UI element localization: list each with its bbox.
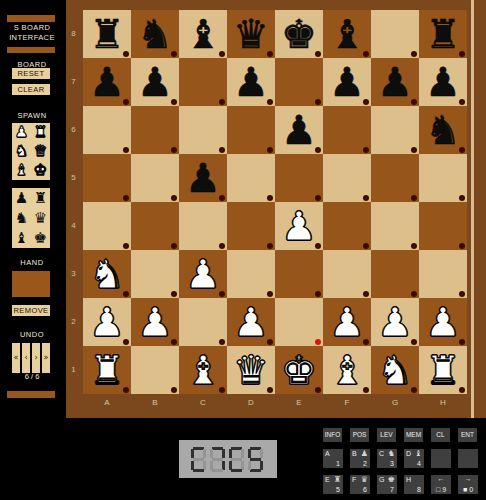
sensor-dot-h3 bbox=[459, 291, 465, 297]
square-c6[interactable] bbox=[179, 106, 227, 154]
board-frame: 87654321 ♜♞♝♛♚♝♜♟♟♟♟♟♟♟♞♟♟♞♟♟♟♟♟♟♟♜♝♛♚♝♞… bbox=[66, 0, 486, 418]
rank-label-1: 1 bbox=[66, 346, 81, 394]
spawn-black-bishop[interactable]: ♝ bbox=[12, 228, 31, 248]
keypad: INFOPOSLEVMEMCLENT A1B♟2C♞3D♝4 E♜5F♛6G♚7… bbox=[323, 428, 483, 496]
keypad-row-2: A1B♟2C♞3D♝4 bbox=[323, 449, 478, 468]
divider-bar-top bbox=[7, 15, 55, 22]
spawn-black-pawn[interactable]: ♟ bbox=[12, 188, 31, 208]
black-pawn-h7[interactable]: ♟ bbox=[419, 58, 467, 106]
file-label-f: F bbox=[323, 396, 371, 410]
square-e3[interactable] bbox=[275, 250, 323, 298]
black-king-e8[interactable]: ♚ bbox=[275, 10, 323, 58]
black-rook-h8[interactable]: ♜ bbox=[419, 10, 467, 58]
square-c7[interactable] bbox=[179, 58, 227, 106]
sensor-dot-b4 bbox=[171, 243, 177, 249]
black-knight-b8[interactable]: ♞ bbox=[131, 10, 179, 58]
key-letter: G bbox=[379, 476, 384, 483]
square-h1[interactable]: ♜ bbox=[419, 346, 467, 394]
rank-label-6: 6 bbox=[66, 106, 81, 154]
square-a6[interactable] bbox=[83, 106, 131, 154]
keypad-row-1: INFOPOSLEVMEMCLENT bbox=[323, 428, 477, 442]
key-digit: 8 bbox=[417, 486, 421, 493]
sensor-dot-d6 bbox=[267, 147, 273, 153]
sensor-dot-h5 bbox=[459, 195, 465, 201]
square-h4[interactable] bbox=[419, 202, 467, 250]
key-letter: H bbox=[406, 476, 411, 483]
file-label-c: C bbox=[179, 396, 227, 410]
rank-label-7: 7 bbox=[66, 58, 81, 106]
sensor-dot-g6 bbox=[411, 147, 417, 153]
square-b1[interactable] bbox=[131, 346, 179, 394]
square-b6[interactable] bbox=[131, 106, 179, 154]
file-label-g: G bbox=[371, 396, 419, 410]
undo-back-button[interactable]: ‹ bbox=[22, 343, 30, 373]
file-label-e: E bbox=[275, 396, 323, 410]
sensor-dot-b6 bbox=[171, 147, 177, 153]
sensor-dot-g8 bbox=[411, 51, 417, 57]
white-pawn-e4[interactable]: ♟ bbox=[275, 202, 323, 250]
square-d8[interactable]: ♛ bbox=[227, 10, 275, 58]
cl-button[interactable]: CL bbox=[431, 428, 450, 442]
sensor-dot-c6 bbox=[219, 147, 225, 153]
sensor-dot-g5 bbox=[411, 195, 417, 201]
right-arrow-icon: → bbox=[458, 475, 478, 483]
lcd-digit-3 bbox=[248, 447, 263, 472]
key-h8[interactable]: H8 bbox=[404, 475, 424, 494]
sensor-dot-h4 bbox=[459, 243, 465, 249]
white-pawn-b2[interactable]: ♟ bbox=[131, 298, 179, 346]
clear-button[interactable]: CLEAR bbox=[12, 84, 50, 95]
divider-bar-bottom bbox=[7, 391, 55, 398]
square-h2[interactable]: ♟ bbox=[419, 298, 467, 346]
square-d7[interactable]: ♟ bbox=[227, 58, 275, 106]
square-a2[interactable]: ♟ bbox=[83, 298, 131, 346]
black-pawn-c5[interactable]: ♟ bbox=[179, 154, 227, 202]
white-queen-d1[interactable]: ♛ bbox=[227, 346, 275, 394]
king-icon: ♚ bbox=[388, 476, 395, 484]
square-b7[interactable]: ♟ bbox=[131, 58, 179, 106]
key-b2[interactable]: B♟2 bbox=[350, 449, 370, 468]
divider-bar-title bbox=[7, 47, 55, 53]
rook-icon: ♜ bbox=[334, 476, 341, 484]
sensor-dot-g3 bbox=[411, 291, 417, 297]
rank-label-8: 8 bbox=[66, 10, 81, 58]
black-pawn-f7[interactable]: ♟ bbox=[323, 58, 371, 106]
square-h3[interactable] bbox=[419, 250, 467, 298]
mem-button[interactable]: MEM bbox=[404, 428, 423, 442]
sensor-dot-c7 bbox=[219, 99, 225, 105]
black-knight-h6[interactable]: ♞ bbox=[419, 106, 467, 154]
spawn-white-king[interactable]: ♚ bbox=[31, 161, 50, 180]
rank-labels: 87654321 bbox=[66, 10, 81, 394]
square-a1[interactable]: ♜ bbox=[83, 346, 131, 394]
white-bishop-f1[interactable]: ♝ bbox=[323, 346, 371, 394]
spawn-white-rook[interactable]: ♜ bbox=[31, 123, 50, 142]
square-g6[interactable] bbox=[371, 106, 419, 154]
sensor-dot-b3 bbox=[171, 291, 177, 297]
keypad-button-blank[interactable] bbox=[431, 449, 451, 468]
white-pawn-a2[interactable]: ♟ bbox=[83, 298, 131, 346]
square-f8[interactable]: ♝ bbox=[323, 10, 371, 58]
square-g4[interactable] bbox=[371, 202, 419, 250]
square-c8[interactable]: ♝ bbox=[179, 10, 227, 58]
sensor-dot-g4 bbox=[411, 243, 417, 249]
white-king-e1[interactable]: ♚ bbox=[275, 346, 323, 394]
black-pawn-b7[interactable]: ♟ bbox=[131, 58, 179, 106]
spawn-black-queen[interactable]: ♛ bbox=[31, 208, 50, 228]
bishop-icon: ♝ bbox=[415, 450, 422, 458]
square-e1[interactable]: ♚ bbox=[275, 346, 323, 394]
black-pawn-g7[interactable]: ♟ bbox=[371, 58, 419, 106]
square-g2[interactable]: ♟ bbox=[371, 298, 419, 346]
square-e4[interactable]: ♟ bbox=[275, 202, 323, 250]
sensor-dot-e3 bbox=[315, 291, 321, 297]
file-label-d: D bbox=[227, 396, 275, 410]
spawn-panel-black: ♟♜♞♛♝♚ bbox=[12, 188, 50, 248]
sensor-dot-a6 bbox=[123, 147, 129, 153]
sensor-dot-f6 bbox=[363, 147, 369, 153]
square-e2[interactable] bbox=[275, 298, 323, 346]
queen-icon: ♛ bbox=[361, 476, 368, 484]
file-labels: ABCDEFGH bbox=[83, 396, 467, 410]
key-c3[interactable]: C♞3 bbox=[377, 449, 397, 468]
key-digit: 1 bbox=[336, 460, 340, 467]
square-f2[interactable]: ♟ bbox=[323, 298, 371, 346]
spawn-white-pawn[interactable]: ♟ bbox=[12, 123, 31, 142]
app-title-line1: S BOARD bbox=[0, 23, 64, 33]
lcd-digit-2 bbox=[229, 447, 244, 472]
key-letter: E bbox=[325, 476, 330, 483]
sensor-dot-b1 bbox=[171, 387, 177, 393]
rank-label-4: 4 bbox=[66, 202, 81, 250]
square-g1[interactable]: ♞ bbox=[371, 346, 419, 394]
square-g3[interactable] bbox=[371, 250, 419, 298]
white-knight-a3[interactable]: ♞ bbox=[83, 250, 131, 298]
key-f6[interactable]: F♛6 bbox=[350, 475, 370, 494]
square-e6[interactable]: ♟ bbox=[275, 106, 323, 154]
square-b5[interactable] bbox=[131, 154, 179, 202]
square-f7[interactable]: ♟ bbox=[323, 58, 371, 106]
square-d2[interactable]: ♟ bbox=[227, 298, 275, 346]
white-bishop-c1[interactable]: ♝ bbox=[179, 346, 227, 394]
file-label-b: B bbox=[131, 396, 179, 410]
square-c5[interactable]: ♟ bbox=[179, 154, 227, 202]
black-bishop-f8[interactable]: ♝ bbox=[323, 10, 371, 58]
square-f5[interactable] bbox=[323, 154, 371, 202]
square-d3[interactable] bbox=[227, 250, 275, 298]
pawn-icon: ♟ bbox=[361, 450, 368, 458]
square-f3[interactable] bbox=[323, 250, 371, 298]
spawn-white-queen[interactable]: ♛ bbox=[31, 142, 50, 161]
keypad-button-blank[interactable] bbox=[458, 449, 478, 468]
hand-section-label: HAND bbox=[0, 258, 64, 267]
black-queen-d8[interactable]: ♛ bbox=[227, 10, 275, 58]
rank-label-3: 3 bbox=[66, 250, 81, 298]
rank-label-2: 2 bbox=[66, 298, 81, 346]
white-pawn-c3[interactable]: ♟ bbox=[179, 250, 227, 298]
square-c1[interactable]: ♝ bbox=[179, 346, 227, 394]
key-letter: C bbox=[379, 450, 384, 457]
white-pawn-h2[interactable]: ♟ bbox=[419, 298, 467, 346]
lcd-digits bbox=[191, 447, 263, 472]
undo-end-button[interactable]: » bbox=[42, 343, 50, 373]
sensor-dot-f5 bbox=[363, 195, 369, 201]
black-rook-a8[interactable]: ♜ bbox=[83, 10, 131, 58]
spawn-white-bishop[interactable]: ♝ bbox=[12, 161, 31, 180]
square-c3[interactable]: ♟ bbox=[179, 250, 227, 298]
reset-button[interactable]: RESET bbox=[12, 68, 50, 79]
undo-controls: «‹›» bbox=[12, 343, 52, 373]
spawn-black-king[interactable]: ♚ bbox=[31, 228, 50, 248]
lev-button[interactable]: LEV bbox=[377, 428, 396, 442]
spawn-panel-white: ♟♜♞♛♝♚ bbox=[12, 123, 50, 180]
lcd-digit-0 bbox=[191, 447, 206, 472]
square-symbol-digit: ■ 0 bbox=[458, 486, 478, 493]
square-h7[interactable]: ♟ bbox=[419, 58, 467, 106]
sensor-dot-d4 bbox=[267, 243, 273, 249]
key-digit: 2 bbox=[363, 460, 367, 467]
info-button[interactable]: INFO bbox=[323, 428, 342, 442]
square-b4[interactable] bbox=[131, 202, 179, 250]
sensor-dot-e5 bbox=[315, 195, 321, 201]
square-d5[interactable] bbox=[227, 154, 275, 202]
sensor-dot-b5 bbox=[171, 195, 177, 201]
square-h6[interactable]: ♞ bbox=[419, 106, 467, 154]
file-label-a: A bbox=[83, 396, 131, 410]
square-symbol-digit: □ 9 bbox=[431, 486, 451, 493]
undo-counter: 6 / 6 bbox=[0, 372, 64, 381]
key-letter: B bbox=[352, 450, 357, 457]
square-a3[interactable]: ♞ bbox=[83, 250, 131, 298]
key-letter: A bbox=[325, 450, 330, 457]
sensor-dot-a4 bbox=[123, 243, 129, 249]
sensor-dot-d5 bbox=[267, 195, 273, 201]
white-pawn-f2[interactable]: ♟ bbox=[323, 298, 371, 346]
sensor-dot-f3 bbox=[363, 291, 369, 297]
square-b3[interactable] bbox=[131, 250, 179, 298]
sensor-dot-c4 bbox=[219, 243, 225, 249]
square-e5[interactable] bbox=[275, 154, 323, 202]
key-digit: 5 bbox=[336, 486, 340, 493]
spawn-black-knight[interactable]: ♞ bbox=[12, 208, 31, 228]
square-f4[interactable] bbox=[323, 202, 371, 250]
black-pawn-a7[interactable]: ♟ bbox=[83, 58, 131, 106]
square-h8[interactable]: ♜ bbox=[419, 10, 467, 58]
file-label-h: H bbox=[419, 396, 467, 410]
knight-icon: ♞ bbox=[388, 450, 395, 458]
black-pawn-e6[interactable]: ♟ bbox=[275, 106, 323, 154]
sensor-dot-d3 bbox=[267, 291, 273, 297]
sensor-dot-e7 bbox=[315, 99, 321, 105]
white-knight-g1[interactable]: ♞ bbox=[371, 346, 419, 394]
key-d4[interactable]: D♝4 bbox=[404, 449, 424, 468]
chess-computer-interface: S BOARD INTERFACE BOARD RESET CLEAR SPAW… bbox=[0, 0, 486, 500]
square-a4[interactable] bbox=[83, 202, 131, 250]
white-rook-a1[interactable]: ♜ bbox=[83, 346, 131, 394]
key-digit: 7 bbox=[390, 486, 394, 493]
key-digit: 4 bbox=[417, 460, 421, 467]
sensor-dot-f4 bbox=[363, 243, 369, 249]
sidebar: S BOARD INTERFACE BOARD RESET CLEAR SPAW… bbox=[0, 0, 66, 500]
square-b2[interactable]: ♟ bbox=[131, 298, 179, 346]
square-d6[interactable] bbox=[227, 106, 275, 154]
square-f6[interactable] bbox=[323, 106, 371, 154]
white-pawn-g2[interactable]: ♟ bbox=[371, 298, 419, 346]
remove-button[interactable]: REMOVE bbox=[12, 305, 50, 316]
white-rook-h1[interactable]: ♜ bbox=[419, 346, 467, 394]
key-digit: 6 bbox=[363, 486, 367, 493]
key-e5[interactable]: E♜5 bbox=[323, 475, 343, 494]
ent-button[interactable]: ENT bbox=[458, 428, 477, 442]
square-g7[interactable]: ♟ bbox=[371, 58, 419, 106]
undo-start-button[interactable]: « bbox=[12, 343, 20, 373]
key-g7[interactable]: G♚7 bbox=[377, 475, 397, 494]
square-a8[interactable]: ♜ bbox=[83, 10, 131, 58]
key-9[interactable]: ←□ 9 bbox=[431, 475, 451, 494]
undo-forward-button[interactable]: › bbox=[32, 343, 40, 373]
sensor-dot-a5 bbox=[123, 195, 129, 201]
key-0[interactable]: →■ 0 bbox=[458, 475, 478, 494]
rank-label-5: 5 bbox=[66, 154, 81, 202]
white-pawn-d2[interactable]: ♟ bbox=[227, 298, 275, 346]
sensor-dot-e2 bbox=[315, 339, 321, 345]
pos-button[interactable]: POS bbox=[350, 428, 369, 442]
square-e8[interactable]: ♚ bbox=[275, 10, 323, 58]
square-c2[interactable] bbox=[179, 298, 227, 346]
square-a5[interactable] bbox=[83, 154, 131, 202]
square-f1[interactable]: ♝ bbox=[323, 346, 371, 394]
chess-board: ♜♞♝♛♚♝♜♟♟♟♟♟♟♟♞♟♟♞♟♟♟♟♟♟♟♜♝♛♚♝♞♜ bbox=[83, 10, 467, 394]
square-e7[interactable] bbox=[275, 58, 323, 106]
key-letter: D bbox=[406, 450, 411, 457]
app-title: S BOARD INTERFACE bbox=[0, 23, 64, 43]
key-digit: 3 bbox=[390, 460, 394, 467]
hand-slot[interactable] bbox=[12, 271, 50, 297]
black-bishop-c8[interactable]: ♝ bbox=[179, 10, 227, 58]
square-g8[interactable] bbox=[371, 10, 419, 58]
key-a1[interactable]: A1 bbox=[323, 449, 343, 468]
square-d4[interactable] bbox=[227, 202, 275, 250]
lcd-display bbox=[179, 440, 277, 478]
square-a7[interactable]: ♟ bbox=[83, 58, 131, 106]
board-edge-line bbox=[471, 0, 474, 418]
square-d1[interactable]: ♛ bbox=[227, 346, 275, 394]
app-title-line2: INTERFACE bbox=[0, 33, 64, 43]
spawn-black-rook[interactable]: ♜ bbox=[31, 188, 50, 208]
lcd-digit-1 bbox=[210, 447, 225, 472]
left-arrow-icon: ← bbox=[431, 475, 451, 483]
square-g5[interactable] bbox=[371, 154, 419, 202]
key-letter: F bbox=[352, 476, 356, 483]
square-c4[interactable] bbox=[179, 202, 227, 250]
spawn-white-knight[interactable]: ♞ bbox=[12, 142, 31, 161]
black-pawn-d7[interactable]: ♟ bbox=[227, 58, 275, 106]
sensor-dot-c2 bbox=[219, 339, 225, 345]
square-h5[interactable] bbox=[419, 154, 467, 202]
spawn-section-label: SPAWN bbox=[0, 111, 64, 120]
keypad-row-3: E♜5F♛6G♚7H8←□ 9→■ 0 bbox=[323, 475, 478, 494]
square-b8[interactable]: ♞ bbox=[131, 10, 179, 58]
undo-section-label: UNDO bbox=[0, 330, 64, 339]
